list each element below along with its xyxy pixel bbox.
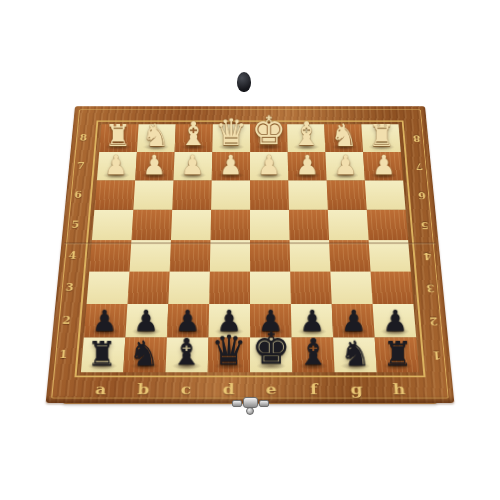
- square-a1[interactable]: ♜: [81, 338, 125, 373]
- metal-clasp: [232, 396, 269, 416]
- clasp-knob: [246, 407, 254, 415]
- square-c6[interactable]: [172, 180, 212, 209]
- black-knight-b1[interactable]: ♞: [129, 336, 160, 371]
- file-label-f: f: [292, 378, 335, 400]
- square-g1[interactable]: ♞: [333, 338, 377, 373]
- rank-label-3: 3: [416, 272, 444, 304]
- square-b3[interactable]: [127, 272, 169, 304]
- black-king-e1[interactable]: ♚: [252, 326, 291, 370]
- square-e8[interactable]: ♚: [250, 124, 288, 152]
- white-pawn-h7[interactable]: ♟: [372, 152, 396, 179]
- square-h2[interactable]: ♟: [373, 304, 417, 338]
- playing-area: ♜♞♝♛♚♝♞♜♟♟♟♟♟♟♟♟♟♟♟♟♟♟♟♟♜♞♝♛♚♝♞♜: [74, 120, 425, 377]
- rank-label-8: 8: [70, 124, 96, 152]
- square-h7[interactable]: ♟: [363, 152, 403, 181]
- black-rook-h1[interactable]: ♜: [383, 337, 413, 371]
- rank-label-8: 8: [404, 124, 430, 152]
- black-rook-a1[interactable]: ♜: [87, 337, 117, 371]
- square-d3[interactable]: [209, 272, 250, 304]
- square-e3[interactable]: [250, 272, 291, 304]
- square-e1[interactable]: ♚: [250, 338, 292, 373]
- black-pawn-g2[interactable]: ♟: [341, 307, 367, 336]
- white-queen-d8[interactable]: ♛: [215, 114, 247, 151]
- white-rook-h8[interactable]: ♜: [369, 120, 396, 150]
- white-bishop-f8[interactable]: ♝: [292, 118, 321, 151]
- square-d6[interactable]: [211, 180, 250, 209]
- white-rook-a8[interactable]: ♜: [105, 120, 132, 150]
- chess-board: 87654321 87654321 abcdefgh ♜♞♝♛♚♝♞♜♟♟♟♟♟…: [46, 106, 455, 403]
- file-label-h: h: [377, 378, 421, 400]
- black-pawn-h2[interactable]: ♟: [382, 307, 408, 336]
- square-g6[interactable]: [327, 180, 367, 209]
- square-f1[interactable]: ♝: [292, 338, 335, 373]
- black-pawn-a2[interactable]: ♟: [92, 307, 118, 336]
- square-d8[interactable]: ♛: [212, 124, 250, 152]
- rank-label-7: 7: [406, 152, 432, 181]
- square-a3[interactable]: [87, 272, 130, 304]
- square-a2[interactable]: ♟: [84, 304, 128, 338]
- white-pawn-g7[interactable]: ♟: [334, 152, 358, 179]
- square-h6[interactable]: [365, 180, 406, 209]
- square-f6[interactable]: [288, 180, 328, 209]
- square-h5[interactable]: [367, 210, 408, 240]
- rank-label-2: 2: [419, 304, 448, 338]
- file-label-c: c: [164, 378, 207, 400]
- white-pawn-f7[interactable]: ♟: [296, 152, 320, 179]
- square-a6[interactable]: [94, 180, 135, 209]
- square-c1[interactable]: ♝: [165, 338, 208, 373]
- square-c4[interactable]: [170, 240, 211, 271]
- clasp-wing-right: [259, 400, 269, 407]
- square-b4[interactable]: [129, 240, 170, 271]
- white-pawn-c7[interactable]: ♟: [181, 152, 205, 179]
- square-g4[interactable]: [329, 240, 370, 271]
- square-e4[interactable]: [250, 240, 290, 271]
- square-h4[interactable]: [369, 240, 411, 271]
- white-knight-b8[interactable]: ♞: [142, 119, 169, 150]
- rank-label-2: 2: [52, 304, 81, 338]
- black-bishop-f1[interactable]: ♝: [297, 334, 330, 371]
- rank-label-7: 7: [68, 152, 94, 181]
- square-d1[interactable]: ♛: [208, 338, 250, 373]
- square-g7[interactable]: ♟: [325, 152, 364, 181]
- square-b6[interactable]: [133, 180, 173, 209]
- square-h1[interactable]: ♜: [375, 338, 419, 373]
- rank-label-1: 1: [422, 338, 451, 373]
- white-pawn-d7[interactable]: ♟: [219, 152, 243, 179]
- file-label-b: b: [121, 378, 165, 400]
- square-b7[interactable]: ♟: [135, 152, 174, 181]
- white-pawn-b7[interactable]: ♟: [142, 152, 166, 179]
- file-label-g: g: [335, 378, 379, 400]
- rank-label-4: 4: [59, 240, 87, 271]
- board-grid: ♜♞♝♛♚♝♞♜♟♟♟♟♟♟♟♟♟♟♟♟♟♟♟♟♜♞♝♛♚♝♞♜: [81, 124, 419, 372]
- square-a7[interactable]: ♟: [97, 152, 137, 181]
- square-e6[interactable]: [250, 180, 289, 209]
- square-f8[interactable]: ♝: [287, 124, 325, 152]
- square-b8[interactable]: ♞: [137, 124, 176, 152]
- square-f3[interactable]: [290, 272, 332, 304]
- square-f4[interactable]: [290, 240, 331, 271]
- black-bishop-c1[interactable]: ♝: [170, 334, 203, 371]
- white-king-e8[interactable]: ♚: [252, 111, 287, 150]
- square-e7[interactable]: ♟: [250, 152, 288, 181]
- rank-label-6: 6: [409, 180, 436, 209]
- board-tilt-wrapper: 87654321 87654321 abcdefgh ♜♞♝♛♚♝♞♜♟♟♟♟♟…: [46, 106, 455, 403]
- square-d5[interactable]: [210, 210, 250, 240]
- square-c5[interactable]: [171, 210, 211, 240]
- square-c7[interactable]: ♟: [173, 152, 212, 181]
- white-bishop-c8[interactable]: ♝: [179, 118, 208, 151]
- square-f7[interactable]: ♟: [288, 152, 327, 181]
- black-pawn-b2[interactable]: ♟: [133, 307, 159, 336]
- square-h8[interactable]: ♜: [361, 124, 400, 152]
- square-h3[interactable]: [371, 272, 414, 304]
- clasp-wing-left: [232, 400, 242, 407]
- rank-label-6: 6: [65, 180, 92, 209]
- square-g3[interactable]: [330, 272, 372, 304]
- square-d4[interactable]: [210, 240, 250, 271]
- square-c3[interactable]: [168, 272, 210, 304]
- square-a8[interactable]: ♜: [99, 124, 138, 152]
- rank-label-4: 4: [414, 240, 442, 271]
- square-g5[interactable]: [328, 210, 369, 240]
- rank-label-5: 5: [411, 210, 438, 240]
- square-d7[interactable]: ♟: [212, 152, 250, 181]
- square-e5[interactable]: [250, 210, 290, 240]
- white-pawn-a7[interactable]: ♟: [104, 152, 128, 179]
- rank-label-1: 1: [49, 338, 78, 373]
- rank-label-3: 3: [55, 272, 83, 304]
- square-a4[interactable]: [89, 240, 131, 271]
- square-f5[interactable]: [289, 210, 329, 240]
- square-b1[interactable]: ♞: [123, 338, 167, 373]
- rank-label-5: 5: [62, 210, 89, 240]
- file-label-a: a: [79, 378, 123, 400]
- chess-set-photo: 87654321 87654321 abcdefgh ♜♞♝♛♚♝♞♜♟♟♟♟♟…: [0, 0, 500, 500]
- square-g8[interactable]: ♞: [324, 124, 363, 152]
- square-b5[interactable]: [131, 210, 172, 240]
- white-knight-g8[interactable]: ♞: [330, 119, 357, 150]
- black-queen-d1[interactable]: ♛: [211, 330, 247, 371]
- white-pawn-e7[interactable]: ♟: [257, 152, 281, 179]
- square-a5[interactable]: [92, 210, 133, 240]
- black-knight-g1[interactable]: ♞: [340, 336, 371, 371]
- square-c8[interactable]: ♝: [175, 124, 213, 152]
- hinge-knob: [237, 72, 251, 92]
